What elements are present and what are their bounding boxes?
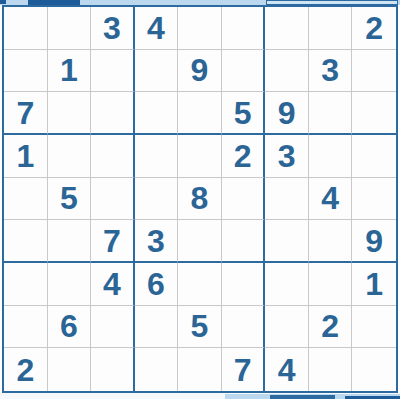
toolbar-fragment-bottom-segment xyxy=(270,395,335,399)
cell-r8c6[interactable] xyxy=(222,306,266,349)
cell-r4c3[interactable] xyxy=(91,135,135,178)
cell-r8c8[interactable]: 2 xyxy=(309,306,353,349)
cell-r9c5[interactable] xyxy=(178,348,222,391)
cell-r1c4[interactable]: 4 xyxy=(135,7,179,50)
cell-r5c9[interactable] xyxy=(352,178,396,221)
cell-r6c4[interactable]: 3 xyxy=(135,220,179,263)
cell-r8c5[interactable]: 5 xyxy=(178,306,222,349)
cell-r2c5[interactable]: 9 xyxy=(178,50,222,93)
cell-r6c3[interactable]: 7 xyxy=(91,220,135,263)
cell-r3c1[interactable]: 7 xyxy=(4,92,48,135)
cell-r1c8[interactable] xyxy=(309,7,353,50)
cell-r6c7[interactable] xyxy=(265,220,309,263)
cell-r7c3[interactable]: 4 xyxy=(91,263,135,306)
sudoku-board: 342193759123584739461652274 xyxy=(2,5,398,393)
cell-r1c9[interactable]: 2 xyxy=(352,7,396,50)
cell-r4c1[interactable]: 1 xyxy=(4,135,48,178)
cell-r4c6[interactable]: 2 xyxy=(222,135,266,178)
cell-r9c2[interactable] xyxy=(48,348,92,391)
cell-r3c2[interactable] xyxy=(48,92,92,135)
sudoku-screen: 342193759123584739461652274 xyxy=(0,0,400,399)
cell-r6c6[interactable] xyxy=(222,220,266,263)
cell-r4c7[interactable]: 3 xyxy=(265,135,309,178)
cell-r2c9[interactable] xyxy=(352,50,396,93)
cell-r9c1[interactable]: 2 xyxy=(4,348,48,391)
cell-r5c8[interactable]: 4 xyxy=(309,178,353,221)
cell-r4c2[interactable] xyxy=(48,135,92,178)
cell-r1c6[interactable] xyxy=(222,7,266,50)
cell-r2c7[interactable] xyxy=(265,50,309,93)
cell-r8c1[interactable] xyxy=(4,306,48,349)
cell-r9c7[interactable]: 4 xyxy=(265,348,309,391)
cell-r1c3[interactable]: 3 xyxy=(91,7,135,50)
cell-r7c2[interactable] xyxy=(48,263,92,306)
cell-r5c3[interactable] xyxy=(91,178,135,221)
cell-r1c2[interactable] xyxy=(48,7,92,50)
cell-r1c5[interactable] xyxy=(178,7,222,50)
cell-r6c2[interactable] xyxy=(48,220,92,263)
cell-r5c2[interactable]: 5 xyxy=(48,178,92,221)
cell-r6c1[interactable] xyxy=(4,220,48,263)
cell-r3c3[interactable] xyxy=(91,92,135,135)
cell-r4c5[interactable] xyxy=(178,135,222,178)
cell-r6c5[interactable] xyxy=(178,220,222,263)
cell-r2c3[interactable] xyxy=(91,50,135,93)
cell-r6c8[interactable] xyxy=(309,220,353,263)
cell-r3c9[interactable] xyxy=(352,92,396,135)
toolbar-fragment-bottom xyxy=(0,393,400,399)
cell-r8c2[interactable]: 6 xyxy=(48,306,92,349)
cell-r2c1[interactable] xyxy=(4,50,48,93)
cell-r7c5[interactable] xyxy=(178,263,222,306)
cell-r2c8[interactable]: 3 xyxy=(309,50,353,93)
cell-r8c4[interactable] xyxy=(135,306,179,349)
cell-r7c9[interactable]: 1 xyxy=(352,263,396,306)
cell-r8c9[interactable] xyxy=(352,306,396,349)
cell-r1c1[interactable] xyxy=(4,7,48,50)
cell-r5c7[interactable] xyxy=(265,178,309,221)
cell-r4c9[interactable] xyxy=(352,135,396,178)
cell-r5c1[interactable] xyxy=(4,178,48,221)
cell-r3c4[interactable] xyxy=(135,92,179,135)
cell-r5c4[interactable] xyxy=(135,178,179,221)
cell-r4c8[interactable] xyxy=(309,135,353,178)
cell-r1c7[interactable] xyxy=(265,7,309,50)
cell-r9c9[interactable] xyxy=(352,348,396,391)
cell-r2c2[interactable]: 1 xyxy=(48,50,92,93)
cell-r9c6[interactable]: 7 xyxy=(222,348,266,391)
cell-r7c7[interactable] xyxy=(265,263,309,306)
cell-r9c3[interactable] xyxy=(91,348,135,391)
cell-r3c7[interactable]: 9 xyxy=(265,92,309,135)
cell-r8c3[interactable] xyxy=(91,306,135,349)
cell-r9c4[interactable] xyxy=(135,348,179,391)
cell-r3c5[interactable] xyxy=(178,92,222,135)
cell-r8c7[interactable] xyxy=(265,306,309,349)
cell-r7c6[interactable] xyxy=(222,263,266,306)
cell-r2c6[interactable] xyxy=(222,50,266,93)
cell-r7c4[interactable]: 6 xyxy=(135,263,179,306)
cell-r5c5[interactable]: 8 xyxy=(178,178,222,221)
cell-r9c8[interactable] xyxy=(309,348,353,391)
cell-r6c9[interactable]: 9 xyxy=(352,220,396,263)
cell-r3c6[interactable]: 5 xyxy=(222,92,266,135)
cell-r5c6[interactable] xyxy=(222,178,266,221)
cell-r2c4[interactable] xyxy=(135,50,179,93)
cell-r3c8[interactable] xyxy=(309,92,353,135)
cell-r7c1[interactable] xyxy=(4,263,48,306)
toolbar-fragment-top-segment xyxy=(0,0,6,4)
cell-r4c4[interactable] xyxy=(135,135,179,178)
cell-r7c8[interactable] xyxy=(309,263,353,306)
